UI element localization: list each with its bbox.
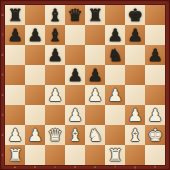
chess-board-frame: ♜♝♛♜♚♟♟♝♟♟♟♞♟♟♟♟♟♟♟♟♟♟♟♛♝♞♝♚♜♜ 87654321a…: [0, 0, 170, 170]
square-f5[interactable]: [105, 65, 125, 85]
rank-label-1: 1: [1, 154, 4, 157]
rank-label-7: 7: [1, 34, 4, 37]
file-label-e: e: [85, 166, 105, 169]
square-c1[interactable]: [45, 145, 65, 165]
square-c6[interactable]: ♟: [45, 45, 65, 65]
square-g6[interactable]: [125, 45, 145, 65]
square-d8[interactable]: ♛: [65, 5, 85, 25]
square-c8[interactable]: ♝: [45, 5, 65, 25]
square-e5[interactable]: ♟: [85, 65, 105, 85]
rank-label-3: 3: [1, 114, 4, 117]
black-knight-piece[interactable]: ♞: [105, 45, 125, 65]
square-a2[interactable]: ♟: [5, 125, 25, 145]
square-e1[interactable]: [85, 145, 105, 165]
white-queen-piece[interactable]: ♛: [45, 125, 65, 145]
white-knight-piece[interactable]: ♞: [85, 125, 105, 145]
square-g4[interactable]: [125, 85, 145, 105]
black-rook-piece[interactable]: ♜: [5, 5, 25, 25]
square-e8[interactable]: ♜: [85, 5, 105, 25]
white-pawn-piece[interactable]: ♟: [125, 105, 145, 125]
white-pawn-piece[interactable]: ♟: [65, 105, 85, 125]
square-d4[interactable]: [65, 85, 85, 105]
white-bishop-piece[interactable]: ♝: [125, 125, 145, 145]
square-f6[interactable]: ♞: [105, 45, 125, 65]
square-b8[interactable]: [25, 5, 45, 25]
black-rook-piece[interactable]: ♜: [85, 5, 105, 25]
square-a1[interactable]: ♜: [5, 145, 25, 165]
square-h1[interactable]: [145, 145, 165, 165]
square-b5[interactable]: [25, 65, 45, 85]
square-a4[interactable]: [5, 85, 25, 105]
file-label-g: g: [125, 166, 145, 169]
black-pawn-piece[interactable]: ♟: [145, 45, 165, 65]
square-c3[interactable]: [45, 105, 65, 125]
file-label-a: a: [5, 166, 25, 169]
black-pawn-piece[interactable]: ♟: [45, 45, 65, 65]
square-h7[interactable]: [145, 25, 165, 45]
square-h4[interactable]: [145, 85, 165, 105]
square-b1[interactable]: [25, 145, 45, 165]
square-g2[interactable]: ♝: [125, 125, 145, 145]
square-h3[interactable]: ♟: [145, 105, 165, 125]
black-pawn-piece[interactable]: ♟: [25, 25, 45, 45]
square-b2[interactable]: ♟: [25, 125, 45, 145]
square-f2[interactable]: [105, 125, 125, 145]
square-f7[interactable]: ♟: [105, 25, 125, 45]
black-bishop-piece[interactable]: ♝: [45, 25, 65, 45]
square-f8[interactable]: [105, 5, 125, 25]
square-c5[interactable]: [45, 65, 65, 85]
square-c7[interactable]: ♝: [45, 25, 65, 45]
white-pawn-piece[interactable]: ♟: [25, 125, 45, 145]
chess-board: ♜♝♛♜♚♟♟♝♟♟♟♞♟♟♟♟♟♟♟♟♟♟♟♛♝♞♝♚♜♜: [5, 5, 165, 165]
square-h2[interactable]: ♚: [145, 125, 165, 145]
square-e2[interactable]: ♞: [85, 125, 105, 145]
square-g8[interactable]: ♚: [125, 5, 145, 25]
file-label-c: c: [45, 166, 65, 169]
square-d7[interactable]: [65, 25, 85, 45]
black-pawn-piece[interactable]: ♟: [125, 25, 145, 45]
rank-label-5: 5: [1, 74, 4, 77]
white-pawn-piece[interactable]: ♟: [145, 105, 165, 125]
square-b4[interactable]: [25, 85, 45, 105]
black-queen-piece[interactable]: ♛: [65, 5, 85, 25]
white-pawn-piece[interactable]: ♟: [45, 85, 65, 105]
black-pawn-piece[interactable]: ♟: [65, 65, 85, 85]
square-f4[interactable]: ♟: [105, 85, 125, 105]
square-a8[interactable]: ♜: [5, 5, 25, 25]
square-g3[interactable]: ♟: [125, 105, 145, 125]
rank-label-6: 6: [1, 54, 4, 57]
black-pawn-piece[interactable]: ♟: [85, 65, 105, 85]
white-pawn-piece[interactable]: ♟: [105, 85, 125, 105]
square-d3[interactable]: ♟: [65, 105, 85, 125]
square-a6[interactable]: [5, 45, 25, 65]
white-pawn-piece[interactable]: ♟: [85, 85, 105, 105]
square-a3[interactable]: [5, 105, 25, 125]
white-king-piece[interactable]: ♚: [145, 125, 165, 145]
white-pawn-piece[interactable]: ♟: [5, 125, 25, 145]
black-bishop-piece[interactable]: ♝: [45, 5, 65, 25]
square-f1[interactable]: ♜: [105, 145, 125, 165]
square-g1[interactable]: [125, 145, 145, 165]
square-c2[interactable]: ♛: [45, 125, 65, 145]
square-b6[interactable]: [25, 45, 45, 65]
square-h6[interactable]: ♟: [145, 45, 165, 65]
square-e4[interactable]: ♟: [85, 85, 105, 105]
file-label-d: d: [65, 166, 85, 169]
rank-label-8: 8: [1, 14, 4, 17]
square-e6[interactable]: [85, 45, 105, 65]
file-label-h: h: [145, 166, 165, 169]
white-rook-piece[interactable]: ♜: [105, 145, 125, 165]
white-rook-piece[interactable]: ♜: [5, 145, 25, 165]
file-label-b: b: [25, 166, 45, 169]
black-pawn-piece[interactable]: ♟: [5, 25, 25, 45]
rank-label-2: 2: [1, 134, 4, 137]
square-d6[interactable]: [65, 45, 85, 65]
square-e3[interactable]: [85, 105, 105, 125]
file-label-f: f: [105, 166, 125, 169]
square-d1[interactable]: [65, 145, 85, 165]
square-g5[interactable]: [125, 65, 145, 85]
square-b7[interactable]: ♟: [25, 25, 45, 45]
square-b3[interactable]: [25, 105, 45, 125]
square-a5[interactable]: [5, 65, 25, 85]
black-king-piece[interactable]: ♚: [125, 5, 145, 25]
square-f3[interactable]: [105, 105, 125, 125]
square-h8[interactable]: [145, 5, 165, 25]
square-d5[interactable]: ♟: [65, 65, 85, 85]
square-g7[interactable]: ♟: [125, 25, 145, 45]
square-d2[interactable]: ♝: [65, 125, 85, 145]
square-c4[interactable]: ♟: [45, 85, 65, 105]
white-bishop-piece[interactable]: ♝: [65, 125, 85, 145]
rank-label-4: 4: [1, 94, 4, 97]
square-e7[interactable]: [85, 25, 105, 45]
square-a7[interactable]: ♟: [5, 25, 25, 45]
black-pawn-piece[interactable]: ♟: [105, 25, 125, 45]
square-h5[interactable]: [145, 65, 165, 85]
